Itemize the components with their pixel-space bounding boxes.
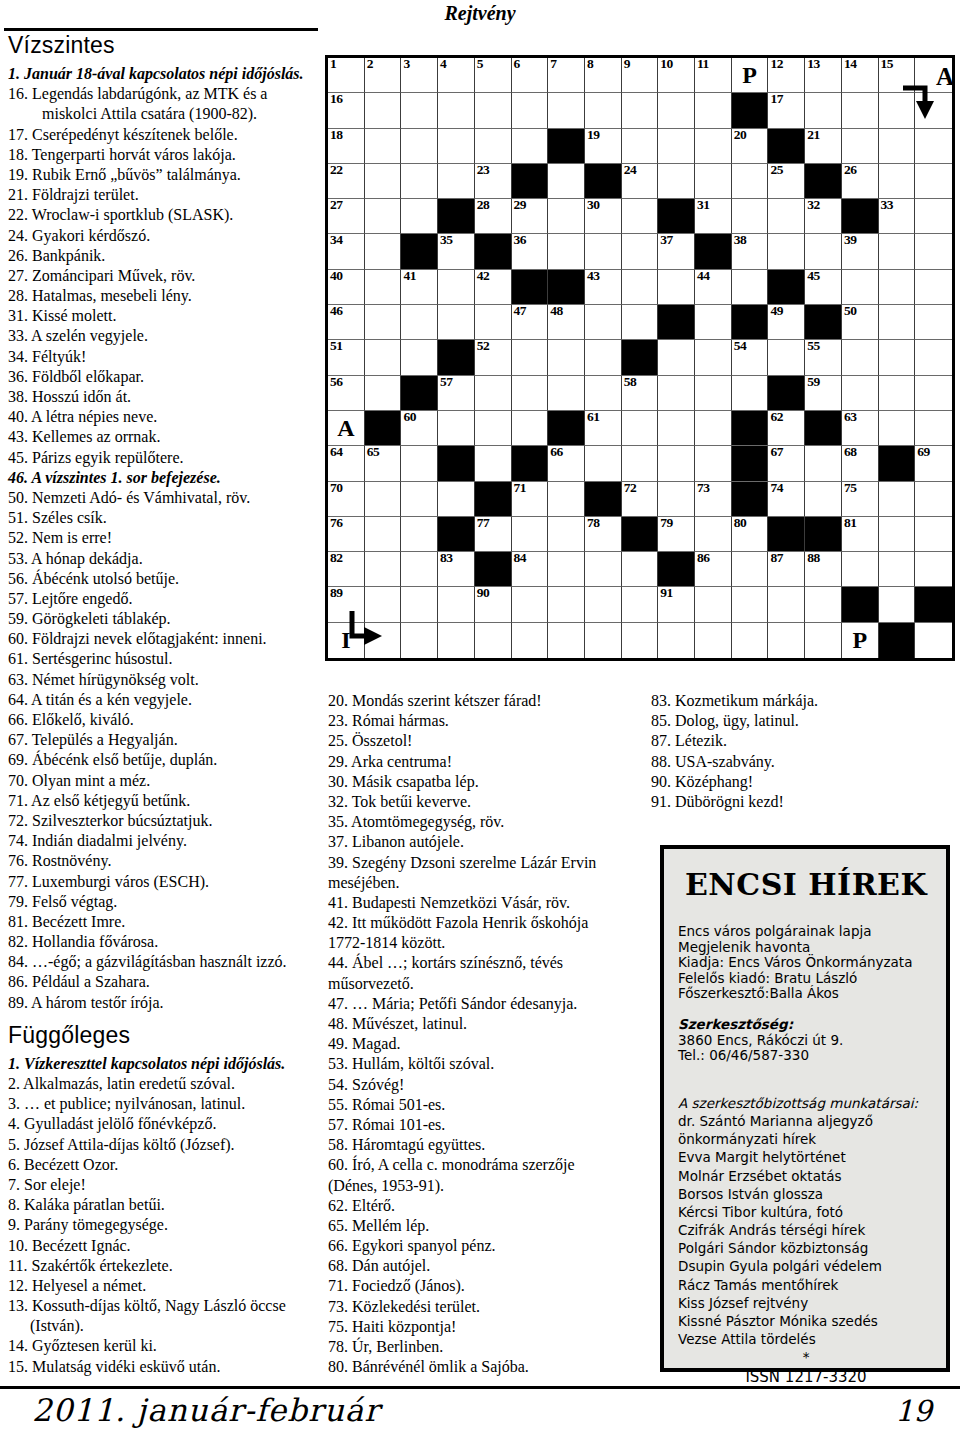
- grid-cell-r4-c4[interactable]: [438, 164, 475, 199]
- grid-cell-r9-c5[interactable]: 52: [475, 340, 512, 375]
- grid-cell-r11-c9[interactable]: [622, 411, 659, 446]
- grid-cell-r2-c6[interactable]: [512, 93, 549, 128]
- grid-cell-r15-c4[interactable]: 83: [438, 552, 475, 587]
- grid-cell-r13-c3[interactable]: [401, 482, 438, 517]
- grid-cell-r7-c9[interactable]: [622, 270, 659, 305]
- grid-cell-r1-c11[interactable]: 11: [695, 58, 732, 93]
- grid-cell-r4-c16[interactable]: [879, 164, 916, 199]
- grid-cell-r10-c11[interactable]: [695, 376, 732, 411]
- grid-cell-r13-c4[interactable]: [438, 482, 475, 517]
- grid-cell-r12-c2[interactable]: 65: [365, 446, 402, 481]
- grid-cell-r2-c7[interactable]: [548, 93, 585, 128]
- grid-cell-r8-c16[interactable]: [879, 305, 916, 340]
- grid-cell-r1-c14[interactable]: 13: [805, 58, 842, 93]
- grid-cell-r9-c1[interactable]: 51: [328, 340, 365, 375]
- grid-cell-r4-c10[interactable]: [658, 164, 695, 199]
- clue-number: 54: [734, 338, 747, 354]
- clue-line: 81. Becézett Imre.: [8, 912, 322, 932]
- grid-cell-r7-c17[interactable]: [915, 270, 952, 305]
- grid-cell-r2-c5[interactable]: [475, 93, 512, 128]
- grid-cell-r8-c8[interactable]: [585, 305, 622, 340]
- grid-cell-r6-c5: [475, 234, 512, 269]
- grid-cell-r16-c6[interactable]: [512, 587, 549, 622]
- grid-cell-r9-c10[interactable]: [658, 340, 695, 375]
- grid-cell-r8-c11[interactable]: [695, 305, 732, 340]
- grid-cell-r10-c17[interactable]: [915, 376, 952, 411]
- grid-cell-r17-c5[interactable]: [475, 623, 512, 658]
- grid-cell-r13-c14[interactable]: [805, 482, 842, 517]
- grid-cell-r11-c13[interactable]: 62: [768, 411, 805, 446]
- grid-cell-r8-c15[interactable]: 50: [842, 305, 879, 340]
- grid-cell-r13-c8: [585, 482, 622, 517]
- grid-cell-r3-c17[interactable]: [915, 129, 952, 164]
- grid-cell-r9-c14[interactable]: 55: [805, 340, 842, 375]
- grid-cell-r6-c9[interactable]: [622, 234, 659, 269]
- grid-cell-r15-c7[interactable]: [548, 552, 585, 587]
- clue-number: 71: [514, 480, 527, 496]
- grid-cell-r4-c3[interactable]: [401, 164, 438, 199]
- grid-cell-r8-c6[interactable]: 47: [512, 305, 549, 340]
- grid-cell-r12-c17[interactable]: 69: [915, 446, 952, 481]
- clue-line: 50. Nemzeti Adó- és Vámhivatal, röv.: [8, 488, 322, 508]
- grid-cell-r10-c7[interactable]: [548, 376, 585, 411]
- grid-cell-r2-c1[interactable]: 16: [328, 93, 365, 128]
- grid-cell-r11-c17[interactable]: [915, 411, 952, 446]
- clue-number: 7: [550, 56, 556, 72]
- grid-cell-r11-c8[interactable]: 61: [585, 411, 622, 446]
- grid-cell-r13-c9[interactable]: 72: [622, 482, 659, 517]
- grid-cell-r17-c17[interactable]: [915, 623, 952, 658]
- grid-cell-r9-c16[interactable]: [879, 340, 916, 375]
- grid-cell-r15-c3[interactable]: [401, 552, 438, 587]
- grid-cell-r3-c12[interactable]: 20: [732, 129, 769, 164]
- grid-cell-r13-c17[interactable]: [915, 482, 952, 517]
- grid-cell-r7-c2[interactable]: [365, 270, 402, 305]
- grid-cell-r4-c11[interactable]: [695, 164, 732, 199]
- clue-line: 78. Úr, Berlinben.: [328, 1337, 650, 1357]
- grid-cell-r16-c1[interactable]: 89: [328, 587, 365, 622]
- grid-cell-r17-c16: [879, 623, 916, 658]
- grid-cell-r10-c15[interactable]: [842, 376, 879, 411]
- grid-cell-r17-c10[interactable]: [658, 623, 695, 658]
- grid-cell-r2-c10[interactable]: [658, 93, 695, 128]
- grid-cell-r13-c13[interactable]: 74: [768, 482, 805, 517]
- grid-cell-r13-c6[interactable]: 71: [512, 482, 549, 517]
- grid-cell-r13-c15[interactable]: 75: [842, 482, 879, 517]
- grid-cell-r9-c3[interactable]: [401, 340, 438, 375]
- grid-cell-r13-c2[interactable]: [365, 482, 402, 517]
- clue-number: 43: [587, 268, 600, 284]
- grid-cell-r8-c5[interactable]: [475, 305, 512, 340]
- grid-cell-r5-c5[interactable]: 28: [475, 199, 512, 234]
- grid-cell-r3-c2[interactable]: [365, 129, 402, 164]
- grid-cell-r1-c3[interactable]: 3: [401, 58, 438, 93]
- clue-line: 47. … Mária; Petőfi Sándor édesanyja.: [328, 994, 650, 1014]
- grid-cell-r2-c4[interactable]: [438, 93, 475, 128]
- infobox-line: Encs város polgárainak lapja: [678, 924, 934, 940]
- grid-cell-r17-c11[interactable]: [695, 623, 732, 658]
- grid-cell-r5-c14[interactable]: 32: [805, 199, 842, 234]
- grid-cell-r15-c13[interactable]: 87: [768, 552, 805, 587]
- grid-cell-r12-c14[interactable]: [805, 446, 842, 481]
- grid-cell-r14-c10[interactable]: 79: [658, 517, 695, 552]
- grid-cell-r2-c2[interactable]: [365, 93, 402, 128]
- grid-cell-r14-c2[interactable]: [365, 517, 402, 552]
- left-column-rule: [4, 28, 318, 31]
- grid-cell-r2-c11[interactable]: [695, 93, 732, 128]
- grid-cell-r17-c3[interactable]: [401, 623, 438, 658]
- grid-cell-r2-c17[interactable]: [915, 93, 952, 128]
- grid-cell-r5-c1[interactable]: 27: [328, 199, 365, 234]
- grid-cell-r7-c4[interactable]: [438, 270, 475, 305]
- grid-cell-r16-c14[interactable]: [805, 587, 842, 622]
- grid-cell-r14-c16[interactable]: [879, 517, 916, 552]
- clue-number: 69: [917, 444, 930, 460]
- grid-cell-r7-c6: [512, 270, 549, 305]
- grid-cell-r15-c14[interactable]: 88: [805, 552, 842, 587]
- grid-cell-r1-c10[interactable]: 10: [658, 58, 695, 93]
- grid-cell-r1-c12[interactable]: P: [732, 58, 769, 93]
- clue-number: 56: [330, 374, 343, 390]
- grid-cell-r14-c1[interactable]: 76: [328, 517, 365, 552]
- grid-cell-r5-c3[interactable]: [401, 199, 438, 234]
- grid-cell-r8-c4[interactable]: [438, 305, 475, 340]
- grid-cell-r4-c1[interactable]: 22: [328, 164, 365, 199]
- grid-cell-r7-c15[interactable]: [842, 270, 879, 305]
- grid-cell-r5-c16[interactable]: 33: [879, 199, 916, 234]
- grid-cell-r17-c7[interactable]: [548, 623, 585, 658]
- grid-cell-r7-c10[interactable]: [658, 270, 695, 305]
- grid-cell-r9-c12[interactable]: 54: [732, 340, 769, 375]
- grid-cell-r6-c15[interactable]: 39: [842, 234, 879, 269]
- grid-cell-r14-c7[interactable]: [548, 517, 585, 552]
- grid-cell-r2-c3[interactable]: [401, 93, 438, 128]
- grid-cell-r1-c1[interactable]: 1: [328, 58, 365, 93]
- grid-cell-r5-c17[interactable]: [915, 199, 952, 234]
- grid-cell-r3-c11[interactable]: [695, 129, 732, 164]
- grid-cell-r16-c9[interactable]: [622, 587, 659, 622]
- grid-cell-r4-c5[interactable]: 23: [475, 164, 512, 199]
- grid-cell-r12-c5[interactable]: [475, 446, 512, 481]
- clue-number: 78: [587, 515, 600, 531]
- grid-cell-r16-c5[interactable]: 90: [475, 587, 512, 622]
- clue-line: 68. Dán autójel.: [328, 1256, 650, 1276]
- grid-cell-r6-c17[interactable]: [915, 234, 952, 269]
- grid-cell-r8-c3[interactable]: [401, 305, 438, 340]
- grid-cell-r5-c13[interactable]: [768, 199, 805, 234]
- grid-cell-r15-c1[interactable]: 82: [328, 552, 365, 587]
- grid-cell-r15-c11[interactable]: 86: [695, 552, 732, 587]
- clue-number: 62: [770, 409, 783, 425]
- grid-cell-r7-c1[interactable]: 40: [328, 270, 365, 305]
- grid-cell-r10-c8[interactable]: [585, 376, 622, 411]
- grid-cell-r12-c9[interactable]: [622, 446, 659, 481]
- grid-cell-r17-c14[interactable]: [805, 623, 842, 658]
- grid-cell-r10-c14[interactable]: 59: [805, 376, 842, 411]
- grid-cell-r3-c4[interactable]: [438, 129, 475, 164]
- grid-cell-r3-c5[interactable]: [475, 129, 512, 164]
- grid-cell-r4-c17[interactable]: [915, 164, 952, 199]
- grid-cell-r15-c6[interactable]: 84: [512, 552, 549, 587]
- grid-cell-r3-c3[interactable]: [401, 129, 438, 164]
- grid-cell-r15-c17[interactable]: [915, 552, 952, 587]
- grid-cell-r16-c8[interactable]: [585, 587, 622, 622]
- grid-cell-r5-c9[interactable]: [622, 199, 659, 234]
- grid-cell-r7-c14[interactable]: 45: [805, 270, 842, 305]
- grid-cell-r1-c17[interactable]: [915, 58, 952, 93]
- grid-cell-r17-c2[interactable]: [365, 623, 402, 658]
- grid-cell-r7-c16[interactable]: [879, 270, 916, 305]
- grid-cell-r16-c10[interactable]: 91: [658, 587, 695, 622]
- grid-cell-r13-c11[interactable]: 73: [695, 482, 732, 517]
- grid-cell-r14-c11[interactable]: [695, 517, 732, 552]
- grid-cell-r6-c6[interactable]: 36: [512, 234, 549, 269]
- grid-cell-r12-c7[interactable]: 66: [548, 446, 585, 481]
- clue-number: 21: [807, 127, 820, 143]
- clue-line: 27. Zománcipari Művek, röv.: [8, 266, 322, 286]
- grid-cell-r6-c4[interactable]: 35: [438, 234, 475, 269]
- grid-cell-r4-c13[interactable]: 25: [768, 164, 805, 199]
- grid-cell-r13-c10[interactable]: [658, 482, 695, 517]
- grid-cell-r8-c17[interactable]: [915, 305, 952, 340]
- grid-cell-r17-c13[interactable]: [768, 623, 805, 658]
- grid-cell-r13-c7[interactable]: [548, 482, 585, 517]
- grid-cell-r4-c9[interactable]: 24: [622, 164, 659, 199]
- grid-cell-r3-c14[interactable]: 21: [805, 129, 842, 164]
- grid-cell-r11-c11[interactable]: [695, 411, 732, 446]
- grid-cell-r14-c17[interactable]: [915, 517, 952, 552]
- clue-number: 48: [550, 303, 563, 319]
- grid-cell-r1-c16[interactable]: 15: [879, 58, 916, 93]
- grid-cell-r10-c9[interactable]: 58: [622, 376, 659, 411]
- grid-cell-r16-c11[interactable]: [695, 587, 732, 622]
- grid-cell-r12-c13[interactable]: 67: [768, 446, 805, 481]
- grid-cell-r1-c13[interactable]: 12: [768, 58, 805, 93]
- grid-cell-r15-c12[interactable]: [732, 552, 769, 587]
- grid-cell-r2-c14[interactable]: [805, 93, 842, 128]
- clue-number: 3: [403, 56, 409, 72]
- grid-cell-r16-c13[interactable]: [768, 587, 805, 622]
- grid-cell-r15-c2[interactable]: [365, 552, 402, 587]
- grid-cell-r6-c10[interactable]: 37: [658, 234, 695, 269]
- grid-cell-r9-c2[interactable]: [365, 340, 402, 375]
- clue-number: 17: [770, 91, 783, 107]
- grid-cell-r4-c15[interactable]: 26: [842, 164, 879, 199]
- footer-issue-date: 2011. január-február: [32, 1392, 380, 1428]
- grid-cell-r1-c5[interactable]: 5: [475, 58, 512, 93]
- grid-cell-r6-c14[interactable]: [805, 234, 842, 269]
- grid-cell-r11-c16[interactable]: [879, 411, 916, 446]
- grid-cell-r10-c1[interactable]: 56: [328, 376, 365, 411]
- grid-cell-r5-c11[interactable]: 31: [695, 199, 732, 234]
- grid-cell-r1-c4[interactable]: 4: [438, 58, 475, 93]
- grid-cell-r8-c1[interactable]: 46: [328, 305, 365, 340]
- grid-cell-r11-c3[interactable]: 60: [401, 411, 438, 446]
- grid-cell-r3-c15[interactable]: [842, 129, 879, 164]
- grid-cell-r11-c15[interactable]: 63: [842, 411, 879, 446]
- grid-cell-r14-c3[interactable]: [401, 517, 438, 552]
- grid-cell-r15-c8[interactable]: [585, 552, 622, 587]
- grid-cell-r2-c13[interactable]: 17: [768, 93, 805, 128]
- grid-cell-r3-c16[interactable]: [879, 129, 916, 164]
- clue-line: 69. Ábécénk első betűje, duplán.: [8, 750, 322, 770]
- across-clue-list: 1. Január 18-ával kapcsolatos népi időjó…: [8, 64, 322, 1013]
- clue-number: 12: [770, 56, 783, 72]
- grid-cell-r2-c15[interactable]: [842, 93, 879, 128]
- grid-cell-r14-c13: [768, 517, 805, 552]
- grid-cell-r14-c6[interactable]: [512, 517, 549, 552]
- grid-cell-r11-c10[interactable]: [658, 411, 695, 446]
- grid-cell-r2-c9[interactable]: [622, 93, 659, 128]
- grid-cell-r17-c9[interactable]: [622, 623, 659, 658]
- grid-cell-r10-c5[interactable]: [475, 376, 512, 411]
- clue-line: 1772-1814 között.: [328, 933, 650, 953]
- grid-cell-r11-c1[interactable]: A: [328, 411, 365, 446]
- clue-line: 32. Tok betűi keverve.: [328, 792, 650, 812]
- grid-cell-r8-c9[interactable]: [622, 305, 659, 340]
- grid-cell-r14-c5[interactable]: 77: [475, 517, 512, 552]
- grid-cell-r4-c2[interactable]: [365, 164, 402, 199]
- grid-cell-r12-c1[interactable]: 64: [328, 446, 365, 481]
- grid-cell-r1-c6[interactable]: 6: [512, 58, 549, 93]
- clue-line: 7. Sor eleje!: [8, 1175, 322, 1195]
- grid-cell-r8-c13[interactable]: 49: [768, 305, 805, 340]
- clue-number: 74: [770, 480, 783, 496]
- grid-cell-r12-c11[interactable]: [695, 446, 732, 481]
- middle-clue-column: 20. Mondás szerint kétszer fárad!23. Róm…: [328, 691, 650, 1377]
- clue-line: 15. Mulatság vidéki esküvő után.: [8, 1357, 322, 1377]
- grid-cell-r6-c12[interactable]: 38: [732, 234, 769, 269]
- grid-cell-r16-c7[interactable]: [548, 587, 585, 622]
- grid-cell-r6-c16[interactable]: [879, 234, 916, 269]
- grid-cell-r10-c12[interactable]: [732, 376, 769, 411]
- grid-cell-r10-c6[interactable]: [512, 376, 549, 411]
- grid-cell-r15-c9[interactable]: [622, 552, 659, 587]
- grid-cell-r6-c1[interactable]: 34: [328, 234, 365, 269]
- grid-cell-r9-c8[interactable]: [585, 340, 622, 375]
- grid-cell-r14-c15[interactable]: 81: [842, 517, 879, 552]
- staff-line: Czifrák András térségi hírek: [678, 1221, 934, 1239]
- grid-cell-r5-c12[interactable]: [732, 199, 769, 234]
- grid-cell-r5-c7[interactable]: [548, 199, 585, 234]
- grid-cell-r6-c2[interactable]: [365, 234, 402, 269]
- grid-cell-r7-c3[interactable]: 41: [401, 270, 438, 305]
- grid-cell-r9-c15[interactable]: [842, 340, 879, 375]
- grid-cell-r12-c8[interactable]: [585, 446, 622, 481]
- grid-cell-r7-c11[interactable]: 44: [695, 270, 732, 305]
- grid-cell-r1-c15[interactable]: 14: [842, 58, 879, 93]
- clue-line: 3. … et publice; nyilvánosan, latinul.: [8, 1094, 322, 1114]
- crossword-grid[interactable]: 1234567891011P12131415161718192021222324…: [325, 55, 955, 661]
- grid-cell-r12-c10[interactable]: [658, 446, 695, 481]
- grid-cell-r10-c4[interactable]: 57: [438, 376, 475, 411]
- grid-cell-r15-c15[interactable]: [842, 552, 879, 587]
- grid-cell-r10-c16[interactable]: [879, 376, 916, 411]
- grid-cell-r17-c6[interactable]: [512, 623, 549, 658]
- grid-cell-r12-c15[interactable]: 68: [842, 446, 879, 481]
- grid-cell-r16-c3[interactable]: [401, 587, 438, 622]
- grid-cell-r5-c8[interactable]: 30: [585, 199, 622, 234]
- grid-cell-r16-c16[interactable]: [879, 587, 916, 622]
- infobox-line: Főszerkesztő:Balla Ákos: [678, 986, 934, 1002]
- clue-line: 24. Gyakori kérdőszó.: [8, 226, 322, 246]
- grid-cell-r17-c8[interactable]: [585, 623, 622, 658]
- grid-cell-r9-c9: [622, 340, 659, 375]
- grid-cell-r9-c17[interactable]: [915, 340, 952, 375]
- grid-cell-r9-c11[interactable]: [695, 340, 732, 375]
- grid-cell-r6-c8[interactable]: [585, 234, 622, 269]
- clue-line: 1. Vízkereszttel kapcsolatos népi időjós…: [8, 1054, 322, 1074]
- grid-cell-r16-c4[interactable]: [438, 587, 475, 622]
- clue-line: meséjében.: [328, 873, 650, 893]
- grid-cell-r17-c12[interactable]: [732, 623, 769, 658]
- grid-cell-r17-c15[interactable]: P: [842, 623, 879, 658]
- grid-cell-r17-c1[interactable]: I: [328, 623, 365, 658]
- grid-cell-r12-c3[interactable]: [401, 446, 438, 481]
- grid-cell-r6-c13[interactable]: [768, 234, 805, 269]
- grid-cell-r2-c16[interactable]: [879, 93, 916, 128]
- grid-cell-r16-c12[interactable]: [732, 587, 769, 622]
- grid-cell-r3-c8[interactable]: 19: [585, 129, 622, 164]
- grid-cell-r14-c12[interactable]: 80: [732, 517, 769, 552]
- clue-number: 30: [587, 197, 600, 213]
- clue-number: 65: [367, 444, 380, 460]
- grid-cell-r13-c1[interactable]: 70: [328, 482, 365, 517]
- grid-cell-r3-c9[interactable]: [622, 129, 659, 164]
- grid-cell-r1-c7[interactable]: 7: [548, 58, 585, 93]
- clue-number: 46: [330, 303, 343, 319]
- editorial-office-heading: Szerkesztőség:: [678, 1017, 934, 1033]
- grid-cell-r7-c5[interactable]: 42: [475, 270, 512, 305]
- grid-cell-r13-c16[interactable]: [879, 482, 916, 517]
- grid-cell-r3-c1[interactable]: 18: [328, 129, 365, 164]
- grid-cell-r6-c7[interactable]: [548, 234, 585, 269]
- grid-cell-r5-c6[interactable]: 29: [512, 199, 549, 234]
- grid-cell-r3-c10[interactable]: [658, 129, 695, 164]
- grid-cell-r9-c7[interactable]: [548, 340, 585, 375]
- grid-cell-r17-c4[interactable]: [438, 623, 475, 658]
- grid-cell-r14-c8[interactable]: 78: [585, 517, 622, 552]
- grid-cell-r1-c2[interactable]: 2: [365, 58, 402, 93]
- grid-cell-r10-c2[interactable]: [365, 376, 402, 411]
- grid-cell-r9-c6[interactable]: [512, 340, 549, 375]
- grid-cell-r8-c7[interactable]: 48: [548, 305, 585, 340]
- grid-cell-r1-c8[interactable]: 8: [585, 58, 622, 93]
- grid-cell-r8-c2[interactable]: [365, 305, 402, 340]
- grid-cell-r11-c6[interactable]: [512, 411, 549, 446]
- grid-cell-r1-c9[interactable]: 9: [622, 58, 659, 93]
- grid-cell-r9-c13[interactable]: [768, 340, 805, 375]
- clue-number: 64: [330, 444, 343, 460]
- grid-cell-r5-c2[interactable]: [365, 199, 402, 234]
- grid-cell-r16-c2[interactable]: [365, 587, 402, 622]
- grid-cell-r2-c8[interactable]: [585, 93, 622, 128]
- grid-cell-r3-c6[interactable]: [512, 129, 549, 164]
- grid-cell-r7-c8[interactable]: 43: [585, 270, 622, 305]
- grid-cell-r11-c5[interactable]: [475, 411, 512, 446]
- grid-cell-r11-c4[interactable]: [438, 411, 475, 446]
- clue-line: 77. Luxemburgi város (ESCH).: [8, 872, 322, 892]
- grid-cell-r4-c12[interactable]: [732, 164, 769, 199]
- right-clue-column: 83. Kozmetikum márkája.85. Dolog, ügy, l…: [651, 691, 956, 812]
- clue-number: 24: [624, 162, 637, 178]
- grid-cell-r7-c12[interactable]: [732, 270, 769, 305]
- grid-cell-r4-c7[interactable]: [548, 164, 585, 199]
- grid-cell-r15-c16[interactable]: [879, 552, 916, 587]
- clue-number: 19: [587, 127, 600, 143]
- clue-line: 64. A titán és a kén vegyjele.: [8, 690, 322, 710]
- grid-cell-r10-c10[interactable]: [658, 376, 695, 411]
